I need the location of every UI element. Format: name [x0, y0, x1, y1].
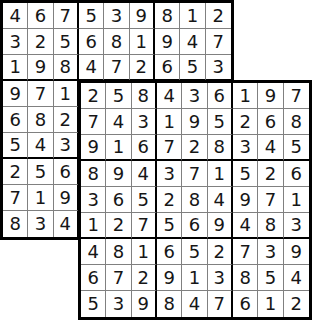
cell-b-r8c1[interactable]: 6: [81, 265, 106, 291]
cell-b-r8c4[interactable]: 9: [157, 265, 182, 291]
cell-b-r5c6[interactable]: 4: [208, 187, 233, 213]
cell-a-r1c8[interactable]: 1: [180, 3, 205, 29]
cell-b-r2c4[interactable]: 1: [157, 109, 182, 135]
cell-b-r3c1[interactable]: 9: [81, 135, 106, 161]
cell-a-r2c2[interactable]: 2: [28, 29, 53, 55]
cell-b-r7c2[interactable]: 8: [106, 239, 131, 265]
cell-b-r1c2[interactable]: 5: [106, 83, 131, 109]
cell-a-r2c6[interactable]: 1: [130, 29, 155, 55]
cell-b-r4c7[interactable]: 5: [233, 161, 258, 187]
cell-a-r2c5[interactable]: 8: [104, 29, 129, 55]
cell-a-r1c7[interactable]: 8: [155, 3, 180, 29]
cell-b-r8c3[interactable]: 2: [132, 265, 157, 291]
cell-a-r2c3[interactable]: 5: [54, 29, 79, 55]
cell-a-r6c1[interactable]: 5: [3, 133, 28, 159]
cell-b-r4c6[interactable]: 1: [208, 161, 233, 187]
cell-b-r5c9[interactable]: 1: [284, 187, 309, 213]
cell-a-r3c5[interactable]: 7: [104, 55, 129, 81]
overlapping-sudoku-puzzle: 4675398123256819471984726539712584366827…: [0, 0, 312, 320]
cell-b-r2c7[interactable]: 2: [233, 109, 258, 135]
cell-b-r6c1[interactable]: 1: [81, 213, 106, 239]
cell-a-r2c1[interactable]: 3: [3, 29, 28, 55]
cell-a-r5c1[interactable]: 6: [3, 107, 28, 133]
cell-b-r3c6[interactable]: 8: [208, 135, 233, 161]
cell-b-r7c6[interactable]: 2: [208, 239, 233, 265]
cell-b-r7c9[interactable]: 9: [284, 239, 309, 265]
cell-a-r2c8[interactable]: 4: [180, 29, 205, 55]
cell-a-r5c3[interactable]: 2: [54, 107, 79, 133]
cell-a-r7c2[interactable]: 5: [28, 159, 53, 185]
cell-a-r1c1[interactable]: 4: [3, 3, 28, 29]
cell-a-r9c3[interactable]: 4: [54, 211, 79, 237]
cell-b-r9c8[interactable]: 1: [258, 291, 283, 317]
cell-b-r6c8[interactable]: 8: [258, 213, 283, 239]
cell-b-r3c7[interactable]: 3: [233, 135, 258, 161]
cell-a-r3c6[interactable]: 2: [130, 55, 155, 81]
cell-a-r7c1[interactable]: 2: [3, 159, 28, 185]
cell-b-r3c2[interactable]: 1: [106, 135, 131, 161]
cell-a-r3c7[interactable]: 6: [155, 55, 180, 81]
cell-b-r8c2[interactable]: 7: [106, 265, 131, 291]
cell-a-r3c8[interactable]: 5: [180, 55, 205, 81]
cell-b-r2c1[interactable]: 7: [81, 109, 106, 135]
cell-b-r7c7[interactable]: 7: [233, 239, 258, 265]
cell-a-r2c9[interactable]: 7: [206, 29, 231, 55]
cell-b-r6c2[interactable]: 2: [106, 213, 131, 239]
cell-b-r4c2[interactable]: 9: [106, 161, 131, 187]
cell-a-r2c4[interactable]: 6: [79, 29, 104, 55]
cell-a-r3c1[interactable]: 1: [3, 55, 28, 81]
sudoku-grid-b: 2584361977431952689167283458943715263652…: [78, 80, 312, 320]
cell-a-r1c6[interactable]: 9: [130, 3, 155, 29]
cell-a-r3c3[interactable]: 8: [54, 55, 79, 81]
cell-a-r8c2[interactable]: 1: [28, 185, 53, 211]
cell-b-r3c9[interactable]: 5: [284, 135, 309, 161]
cell-b-r3c5[interactable]: 2: [182, 135, 207, 161]
cell-b-r9c5[interactable]: 4: [182, 291, 207, 317]
cell-b-r7c1[interactable]: 4: [81, 239, 106, 265]
cell-b-r9c7[interactable]: 6: [233, 291, 258, 317]
cell-b-r5c8[interactable]: 7: [258, 187, 283, 213]
cell-a-r5c2[interactable]: 8: [28, 107, 53, 133]
cell-b-r9c3[interactable]: 9: [132, 291, 157, 317]
cell-b-r4c3[interactable]: 4: [132, 161, 157, 187]
cell-b-r4c4[interactable]: 3: [157, 161, 182, 187]
cell-b-r2c6[interactable]: 5: [208, 109, 233, 135]
cell-a-r7c3[interactable]: 6: [54, 159, 79, 185]
cell-b-r7c4[interactable]: 6: [157, 239, 182, 265]
cell-b-r8c7[interactable]: 8: [233, 265, 258, 291]
cell-b-r8c9[interactable]: 4: [284, 265, 309, 291]
cell-a-r3c4[interactable]: 4: [79, 55, 104, 81]
cell-b-r6c3[interactable]: 7: [132, 213, 157, 239]
cell-b-r4c1[interactable]: 8: [81, 161, 106, 187]
cell-a-r8c3[interactable]: 9: [54, 185, 79, 211]
cell-b-r6c7[interactable]: 4: [233, 213, 258, 239]
cell-b-r2c2[interactable]: 4: [106, 109, 131, 135]
cell-b-r7c3[interactable]: 1: [132, 239, 157, 265]
cell-b-r3c4[interactable]: 7: [157, 135, 182, 161]
cell-b-r8c5[interactable]: 1: [182, 265, 207, 291]
cell-a-r3c2[interactable]: 9: [28, 55, 53, 81]
cell-b-r4c5[interactable]: 7: [182, 161, 207, 187]
cell-b-r1c5[interactable]: 3: [182, 83, 207, 109]
cell-b-r6c4[interactable]: 5: [157, 213, 182, 239]
cell-a-r3c9[interactable]: 3: [206, 55, 231, 81]
cell-a-r9c1[interactable]: 8: [3, 211, 28, 237]
cell-a-r1c3[interactable]: 7: [54, 3, 79, 29]
cell-b-r1c8[interactable]: 9: [258, 83, 283, 109]
cell-b-r5c1[interactable]: 3: [81, 187, 106, 213]
cell-b-r8c8[interactable]: 5: [258, 265, 283, 291]
cell-b-r9c1[interactable]: 5: [81, 291, 106, 317]
cell-b-r6c6[interactable]: 9: [208, 213, 233, 239]
cell-b-r8c6[interactable]: 3: [208, 265, 233, 291]
cell-b-r1c6[interactable]: 6: [208, 83, 233, 109]
cell-a-r1c4[interactable]: 5: [79, 3, 104, 29]
cell-a-r6c2[interactable]: 4: [28, 133, 53, 159]
cell-b-r7c8[interactable]: 3: [258, 239, 283, 265]
cell-b-r3c8[interactable]: 4: [258, 135, 283, 161]
cell-b-r1c1[interactable]: 2: [81, 83, 106, 109]
cell-a-r9c2[interactable]: 3: [28, 211, 53, 237]
cell-b-r3c3[interactable]: 6: [132, 135, 157, 161]
cell-b-r2c3[interactable]: 3: [132, 109, 157, 135]
cell-b-r5c2[interactable]: 6: [106, 187, 131, 213]
cell-b-r2c5[interactable]: 9: [182, 109, 207, 135]
cell-b-r9c2[interactable]: 3: [106, 291, 131, 317]
cell-a-r2c7[interactable]: 9: [155, 29, 180, 55]
cell-a-r1c2[interactable]: 6: [28, 3, 53, 29]
cell-a-r4c1[interactable]: 9: [3, 81, 28, 107]
cell-a-r6c3[interactable]: 3: [54, 133, 79, 159]
cell-b-r9c4[interactable]: 8: [157, 291, 182, 317]
cell-b-r4c9[interactable]: 6: [284, 161, 309, 187]
cell-a-r1c9[interactable]: 2: [206, 3, 231, 29]
cell-a-r8c1[interactable]: 7: [3, 185, 28, 211]
cell-b-r1c9[interactable]: 7: [284, 83, 309, 109]
cell-b-r9c6[interactable]: 7: [208, 291, 233, 317]
cell-a-r4c3[interactable]: 1: [54, 81, 79, 107]
cell-b-r2c9[interactable]: 8: [284, 109, 309, 135]
cell-b-r5c7[interactable]: 9: [233, 187, 258, 213]
cell-b-r5c4[interactable]: 2: [157, 187, 182, 213]
cell-a-r1c5[interactable]: 3: [104, 3, 129, 29]
cell-b-r1c4[interactable]: 4: [157, 83, 182, 109]
cell-b-r5c3[interactable]: 5: [132, 187, 157, 213]
cell-a-r4c2[interactable]: 7: [28, 81, 53, 107]
cell-b-r2c8[interactable]: 6: [258, 109, 283, 135]
cell-b-r1c7[interactable]: 1: [233, 83, 258, 109]
cell-b-r4c8[interactable]: 2: [258, 161, 283, 187]
cell-b-r9c9[interactable]: 2: [284, 291, 309, 317]
cell-b-r7c5[interactable]: 5: [182, 239, 207, 265]
cell-b-r6c9[interactable]: 3: [284, 213, 309, 239]
cell-b-r5c5[interactable]: 8: [182, 187, 207, 213]
cell-b-r1c3[interactable]: 8: [132, 83, 157, 109]
cell-b-r6c5[interactable]: 6: [182, 213, 207, 239]
